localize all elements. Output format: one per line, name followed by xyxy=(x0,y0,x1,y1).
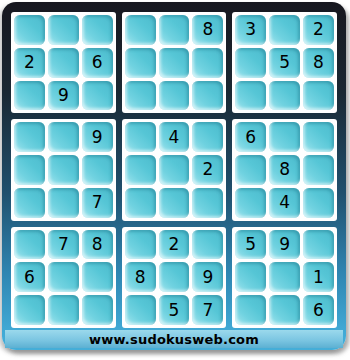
cell-r8c9: 1 xyxy=(303,262,334,292)
cell-r4c8[interactable] xyxy=(269,122,300,152)
cell-r4c1[interactable] xyxy=(14,122,45,152)
cell-r5c3[interactable] xyxy=(82,155,113,185)
cell-r9c3[interactable] xyxy=(82,295,113,325)
sudoku-box-6: 684 xyxy=(232,119,337,220)
cell-r3c4[interactable] xyxy=(125,81,156,111)
cell-r4c3: 9 xyxy=(82,122,113,152)
cell-r6c2[interactable] xyxy=(48,188,79,218)
cell-r2c1: 2 xyxy=(14,48,45,78)
cell-r6c5[interactable] xyxy=(159,188,190,218)
cell-r4c2[interactable] xyxy=(48,122,79,152)
cell-r6c4[interactable] xyxy=(125,188,156,218)
cell-r7c3: 8 xyxy=(82,230,113,260)
cell-r8c8[interactable] xyxy=(269,262,300,292)
cell-r6c6[interactable] xyxy=(192,188,223,218)
sudoku-box-7: 786 xyxy=(11,227,116,328)
cell-r2c3: 6 xyxy=(82,48,113,78)
cell-r7c4[interactable] xyxy=(125,230,156,260)
cell-r4c4[interactable] xyxy=(125,122,156,152)
cell-r7c7: 5 xyxy=(235,230,266,260)
cell-r3c3[interactable] xyxy=(82,81,113,111)
cell-r5c7[interactable] xyxy=(235,155,266,185)
cell-r1c1[interactable] xyxy=(14,15,45,45)
cell-r3c2: 9 xyxy=(48,81,79,111)
cell-r6c3: 7 xyxy=(82,188,113,218)
cell-r6c1[interactable] xyxy=(14,188,45,218)
cell-r4c9[interactable] xyxy=(303,122,334,152)
cell-r6c7[interactable] xyxy=(235,188,266,218)
cell-r2c8: 5 xyxy=(269,48,300,78)
cell-r2c7[interactable] xyxy=(235,48,266,78)
cell-r8c4: 8 xyxy=(125,262,156,292)
cell-r7c2: 7 xyxy=(48,230,79,260)
cell-r1c5[interactable] xyxy=(159,15,190,45)
sudoku-box-1: 269 xyxy=(11,12,116,113)
cell-r4c5: 4 xyxy=(159,122,190,152)
cell-r1c8[interactable] xyxy=(269,15,300,45)
cell-r5c5[interactable] xyxy=(159,155,190,185)
cell-r3c7[interactable] xyxy=(235,81,266,111)
cell-r5c8: 8 xyxy=(269,155,300,185)
cell-r2c2[interactable] xyxy=(48,48,79,78)
cell-r5c4[interactable] xyxy=(125,155,156,185)
cell-r4c6[interactable] xyxy=(192,122,223,152)
cell-r6c8: 4 xyxy=(269,188,300,218)
cell-r9c8[interactable] xyxy=(269,295,300,325)
footer: www.sudokusweb.com xyxy=(5,330,343,348)
cell-r7c9[interactable] xyxy=(303,230,334,260)
cell-r9c4[interactable] xyxy=(125,295,156,325)
cell-r9c6: 7 xyxy=(192,295,223,325)
sudoku-box-9: 5916 xyxy=(232,227,337,328)
cell-r9c9: 6 xyxy=(303,295,334,325)
cell-r3c9[interactable] xyxy=(303,81,334,111)
cell-r7c6[interactable] xyxy=(192,230,223,260)
sudoku-box-8: 28957 xyxy=(122,227,227,328)
cell-r9c2[interactable] xyxy=(48,295,79,325)
cell-r8c7[interactable] xyxy=(235,262,266,292)
cell-r2c5[interactable] xyxy=(159,48,190,78)
cell-r2c4[interactable] xyxy=(125,48,156,78)
sudoku-box-5: 42 xyxy=(122,119,227,220)
cell-r8c2[interactable] xyxy=(48,262,79,292)
cell-r3c6[interactable] xyxy=(192,81,223,111)
cell-r1c3[interactable] xyxy=(82,15,113,45)
cell-r5c9[interactable] xyxy=(303,155,334,185)
cell-r5c2[interactable] xyxy=(48,155,79,185)
sudoku-board: 269832589742684786289575916 xyxy=(11,12,337,328)
cell-r9c7[interactable] xyxy=(235,295,266,325)
cell-r1c6: 8 xyxy=(192,15,223,45)
cell-r1c7: 3 xyxy=(235,15,266,45)
cell-r3c1[interactable] xyxy=(14,81,45,111)
cell-r8c3[interactable] xyxy=(82,262,113,292)
cell-r1c2[interactable] xyxy=(48,15,79,45)
sudoku-box-4: 97 xyxy=(11,119,116,220)
cell-r4c7: 6 xyxy=(235,122,266,152)
cell-r1c9: 2 xyxy=(303,15,334,45)
cell-r7c8: 9 xyxy=(269,230,300,260)
cell-r3c5[interactable] xyxy=(159,81,190,111)
cell-r9c5: 5 xyxy=(159,295,190,325)
cell-r3c8[interactable] xyxy=(269,81,300,111)
cell-r7c5: 2 xyxy=(159,230,190,260)
cell-r7c1[interactable] xyxy=(14,230,45,260)
sudoku-box-2: 8 xyxy=(122,12,227,113)
cell-r8c1: 6 xyxy=(14,262,45,292)
cell-r8c5[interactable] xyxy=(159,262,190,292)
cell-r2c6[interactable] xyxy=(192,48,223,78)
cell-r8c6: 9 xyxy=(192,262,223,292)
site-url[interactable]: www.sudokusweb.com xyxy=(89,332,259,347)
cell-r5c6: 2 xyxy=(192,155,223,185)
sudoku-box-3: 3258 xyxy=(232,12,337,113)
cell-r5c1[interactable] xyxy=(14,155,45,185)
sudoku-frame: 269832589742684786289575916 www.sudokusw… xyxy=(2,2,346,350)
cell-r2c9: 8 xyxy=(303,48,334,78)
cell-r6c9[interactable] xyxy=(303,188,334,218)
cell-r9c1[interactable] xyxy=(14,295,45,325)
cell-r1c4[interactable] xyxy=(125,15,156,45)
